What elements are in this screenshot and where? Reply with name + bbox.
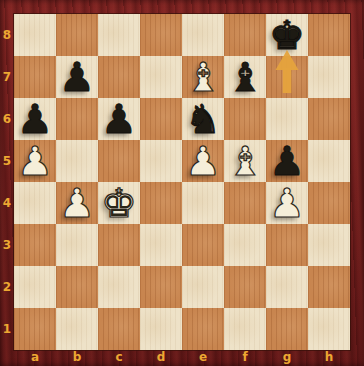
square-g5[interactable]: ♟ <box>266 140 308 182</box>
black-pawn[interactable]: ♟ <box>269 141 305 181</box>
chessboard-frame: ♚♟♝♝♟♟♞♟♟♝♟♟♚♟ 87654321 abcdefgh <box>0 0 364 366</box>
square-h3[interactable] <box>308 224 350 266</box>
square-h6[interactable] <box>308 98 350 140</box>
square-f1[interactable] <box>224 308 266 350</box>
rank-label-7: 7 <box>0 56 14 98</box>
square-h1[interactable] <box>308 308 350 350</box>
white-pawn[interactable]: ♟ <box>59 183 95 223</box>
square-d2[interactable] <box>140 266 182 308</box>
square-a3[interactable] <box>14 224 56 266</box>
square-h7[interactable] <box>308 56 350 98</box>
rank-label-6: 6 <box>0 98 14 140</box>
square-g2[interactable] <box>266 266 308 308</box>
square-d1[interactable] <box>140 308 182 350</box>
square-d7[interactable] <box>140 56 182 98</box>
black-pawn[interactable]: ♟ <box>59 57 95 97</box>
square-f8[interactable] <box>224 14 266 56</box>
white-bishop[interactable]: ♝ <box>185 57 221 97</box>
file-label-b: b <box>56 350 98 366</box>
square-f5[interactable]: ♝ <box>224 140 266 182</box>
black-bishop[interactable]: ♝ <box>227 57 263 97</box>
square-f4[interactable] <box>224 182 266 224</box>
square-c4[interactable]: ♚ <box>98 182 140 224</box>
rank-label-1: 1 <box>0 308 14 350</box>
white-bishop[interactable]: ♝ <box>227 141 263 181</box>
square-e1[interactable] <box>182 308 224 350</box>
black-knight[interactable]: ♞ <box>185 99 221 139</box>
white-king[interactable]: ♚ <box>101 183 137 223</box>
square-d6[interactable] <box>140 98 182 140</box>
square-e8[interactable] <box>182 14 224 56</box>
white-pawn[interactable]: ♟ <box>269 183 305 223</box>
square-a5[interactable]: ♟ <box>14 140 56 182</box>
square-g1[interactable] <box>266 308 308 350</box>
square-e5[interactable]: ♟ <box>182 140 224 182</box>
square-g3[interactable] <box>266 224 308 266</box>
board: ♚♟♝♝♟♟♞♟♟♝♟♟♚♟ <box>14 14 350 350</box>
square-e4[interactable] <box>182 182 224 224</box>
rank-label-8: 8 <box>0 14 14 56</box>
square-b8[interactable] <box>56 14 98 56</box>
rank-label-4: 4 <box>0 182 14 224</box>
square-d4[interactable] <box>140 182 182 224</box>
square-e3[interactable] <box>182 224 224 266</box>
square-g4[interactable]: ♟ <box>266 182 308 224</box>
black-pawn[interactable]: ♟ <box>17 99 53 139</box>
square-b6[interactable] <box>56 98 98 140</box>
square-f7[interactable]: ♝ <box>224 56 266 98</box>
square-g7[interactable] <box>266 56 308 98</box>
square-d3[interactable] <box>140 224 182 266</box>
white-pawn[interactable]: ♟ <box>185 141 221 181</box>
file-label-h: h <box>308 350 350 366</box>
white-pawn[interactable]: ♟ <box>17 141 53 181</box>
square-e2[interactable] <box>182 266 224 308</box>
square-c8[interactable] <box>98 14 140 56</box>
square-h4[interactable] <box>308 182 350 224</box>
square-f2[interactable] <box>224 266 266 308</box>
file-label-e: e <box>182 350 224 366</box>
square-a4[interactable] <box>14 182 56 224</box>
rank-label-2: 2 <box>0 266 14 308</box>
square-h5[interactable] <box>308 140 350 182</box>
file-labels: abcdefgh <box>14 350 350 366</box>
square-e7[interactable]: ♝ <box>182 56 224 98</box>
rank-label-5: 5 <box>0 140 14 182</box>
black-pawn[interactable]: ♟ <box>101 99 137 139</box>
square-d8[interactable] <box>140 14 182 56</box>
square-f3[interactable] <box>224 224 266 266</box>
file-label-c: c <box>98 350 140 366</box>
square-c5[interactable] <box>98 140 140 182</box>
rank-labels: 87654321 <box>0 14 14 350</box>
rank-label-3: 3 <box>0 224 14 266</box>
file-label-f: f <box>224 350 266 366</box>
square-h2[interactable] <box>308 266 350 308</box>
square-b7[interactable]: ♟ <box>56 56 98 98</box>
file-label-a: a <box>14 350 56 366</box>
square-e6[interactable]: ♞ <box>182 98 224 140</box>
square-c7[interactable] <box>98 56 140 98</box>
square-a1[interactable] <box>14 308 56 350</box>
square-c3[interactable] <box>98 224 140 266</box>
file-label-g: g <box>266 350 308 366</box>
square-g8[interactable]: ♚ <box>266 14 308 56</box>
black-king[interactable]: ♚ <box>269 15 305 55</box>
square-f6[interactable] <box>224 98 266 140</box>
square-a6[interactable]: ♟ <box>14 98 56 140</box>
file-label-d: d <box>140 350 182 366</box>
square-c6[interactable]: ♟ <box>98 98 140 140</box>
square-b3[interactable] <box>56 224 98 266</box>
square-b1[interactable] <box>56 308 98 350</box>
square-b4[interactable]: ♟ <box>56 182 98 224</box>
square-g6[interactable] <box>266 98 308 140</box>
square-b5[interactable] <box>56 140 98 182</box>
square-c2[interactable] <box>98 266 140 308</box>
square-d5[interactable] <box>140 140 182 182</box>
square-h8[interactable] <box>308 14 350 56</box>
square-a8[interactable] <box>14 14 56 56</box>
square-b2[interactable] <box>56 266 98 308</box>
square-a7[interactable] <box>14 56 56 98</box>
square-c1[interactable] <box>98 308 140 350</box>
square-a2[interactable] <box>14 266 56 308</box>
